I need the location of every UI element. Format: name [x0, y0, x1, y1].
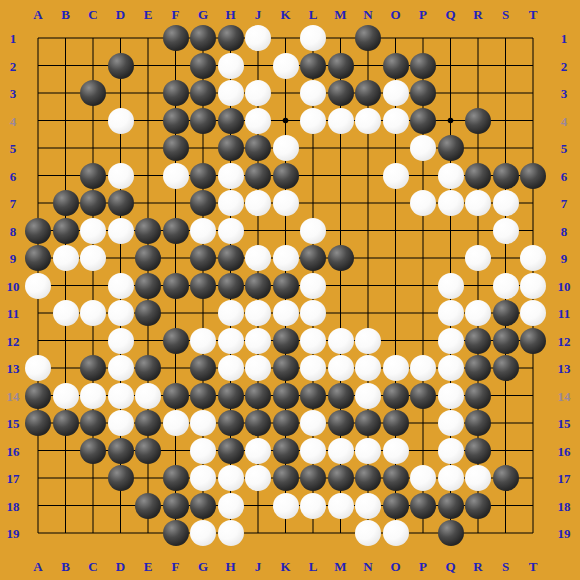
black-stone-R15[interactable]	[465, 410, 491, 436]
white-stone-H2[interactable]	[218, 53, 244, 79]
white-stone-J11[interactable]	[245, 300, 271, 326]
black-stone-N3[interactable]	[355, 80, 381, 106]
white-stone-A10[interactable]	[25, 273, 51, 299]
black-stone-H15[interactable]	[218, 410, 244, 436]
white-stone-L10[interactable]	[300, 273, 326, 299]
col-label-bottom-K: K	[280, 560, 290, 573]
black-stone-L17[interactable]	[300, 465, 326, 491]
black-stone-K14[interactable]	[273, 383, 299, 409]
white-stone-B9[interactable]	[53, 245, 79, 271]
black-stone-G7[interactable]	[190, 190, 216, 216]
black-stone-J10[interactable]	[245, 273, 271, 299]
white-stone-K2[interactable]	[273, 53, 299, 79]
row-label-left-14: 14	[7, 389, 20, 402]
black-stone-R6[interactable]	[465, 163, 491, 189]
row-label-right-15: 15	[558, 417, 571, 430]
white-stone-R17[interactable]	[465, 465, 491, 491]
black-stone-G2[interactable]	[190, 53, 216, 79]
black-stone-B15[interactable]	[53, 410, 79, 436]
white-stone-C9[interactable]	[80, 245, 106, 271]
col-label-top-L: L	[309, 8, 318, 21]
white-stone-N19[interactable]	[355, 520, 381, 546]
col-label-bottom-E: E	[144, 560, 153, 573]
white-stone-L8[interactable]	[300, 218, 326, 244]
white-stone-J16[interactable]	[245, 438, 271, 464]
white-stone-G16[interactable]	[190, 438, 216, 464]
white-stone-Q6[interactable]	[438, 163, 464, 189]
white-stone-G12[interactable]	[190, 328, 216, 354]
col-label-bottom-A: A	[33, 560, 42, 573]
row-label-left-18: 18	[7, 499, 20, 512]
row-label-right-14: 14	[558, 389, 571, 402]
black-stone-D16[interactable]	[108, 438, 134, 464]
white-stone-G8[interactable]	[190, 218, 216, 244]
black-stone-L14[interactable]	[300, 383, 326, 409]
white-stone-N14[interactable]	[355, 383, 381, 409]
row-label-left-12: 12	[7, 334, 20, 347]
col-label-bottom-P: P	[419, 560, 427, 573]
row-label-left-11: 11	[7, 307, 19, 320]
col-label-bottom-C: C	[88, 560, 97, 573]
col-label-bottom-G: G	[198, 560, 208, 573]
white-stone-L1[interactable]	[300, 25, 326, 51]
white-stone-C8[interactable]	[80, 218, 106, 244]
row-label-right-2: 2	[561, 59, 568, 72]
col-label-bottom-L: L	[309, 560, 318, 573]
black-stone-E13[interactable]	[135, 355, 161, 381]
white-stone-E14[interactable]	[135, 383, 161, 409]
col-label-top-M: M	[334, 8, 346, 21]
white-stone-L15[interactable]	[300, 410, 326, 436]
col-label-bottom-S: S	[502, 560, 509, 573]
white-stone-M16[interactable]	[328, 438, 354, 464]
white-stone-G15[interactable]	[190, 410, 216, 436]
black-stone-G9[interactable]	[190, 245, 216, 271]
black-stone-O15[interactable]	[383, 410, 409, 436]
white-stone-H7[interactable]	[218, 190, 244, 216]
row-label-left-10: 10	[7, 279, 20, 292]
white-stone-P13[interactable]	[410, 355, 436, 381]
black-stone-G1[interactable]	[190, 25, 216, 51]
go-board[interactable]: AABBCCDDEEFFGGHHJJKKLLMMNNOOPPQQRRSSTT11…	[0, 0, 580, 580]
row-label-left-19: 19	[7, 527, 20, 540]
black-stone-G10[interactable]	[190, 273, 216, 299]
row-label-left-3: 3	[10, 87, 17, 100]
black-stone-F3[interactable]	[163, 80, 189, 106]
row-label-right-7: 7	[561, 197, 568, 210]
black-stone-K6[interactable]	[273, 163, 299, 189]
white-stone-M12[interactable]	[328, 328, 354, 354]
black-stone-M17[interactable]	[328, 465, 354, 491]
black-stone-H16[interactable]	[218, 438, 244, 464]
black-stone-M2[interactable]	[328, 53, 354, 79]
white-stone-H12[interactable]	[218, 328, 244, 354]
white-stone-L16[interactable]	[300, 438, 326, 464]
black-stone-E10[interactable]	[135, 273, 161, 299]
black-stone-N1[interactable]	[355, 25, 381, 51]
white-stone-J4[interactable]	[245, 108, 271, 134]
col-label-top-B: B	[61, 8, 70, 21]
black-stone-J14[interactable]	[245, 383, 271, 409]
white-stone-H6[interactable]	[218, 163, 244, 189]
white-stone-M13[interactable]	[328, 355, 354, 381]
white-stone-C14[interactable]	[80, 383, 106, 409]
col-label-bottom-R: R	[473, 560, 482, 573]
black-stone-K12[interactable]	[273, 328, 299, 354]
white-stone-S10[interactable]	[493, 273, 519, 299]
white-stone-J12[interactable]	[245, 328, 271, 354]
row-label-right-13: 13	[558, 362, 571, 375]
black-stone-H10[interactable]	[218, 273, 244, 299]
black-stone-K15[interactable]	[273, 410, 299, 436]
col-label-top-P: P	[419, 8, 427, 21]
black-stone-P18[interactable]	[410, 493, 436, 519]
black-stone-P14[interactable]	[410, 383, 436, 409]
black-stone-H1[interactable]	[218, 25, 244, 51]
col-label-bottom-T: T	[529, 560, 538, 573]
white-stone-O3[interactable]	[383, 80, 409, 106]
white-stone-Q15[interactable]	[438, 410, 464, 436]
white-stone-Q17[interactable]	[438, 465, 464, 491]
white-stone-J7[interactable]	[245, 190, 271, 216]
white-stone-L13[interactable]	[300, 355, 326, 381]
white-stone-D6[interactable]	[108, 163, 134, 189]
row-label-right-17: 17	[558, 472, 571, 485]
black-stone-J6[interactable]	[245, 163, 271, 189]
black-stone-K10[interactable]	[273, 273, 299, 299]
white-stone-P7[interactable]	[410, 190, 436, 216]
white-stone-F6[interactable]	[163, 163, 189, 189]
white-stone-Q14[interactable]	[438, 383, 464, 409]
black-stone-S12[interactable]	[493, 328, 519, 354]
white-stone-Q11[interactable]	[438, 300, 464, 326]
white-stone-H3[interactable]	[218, 80, 244, 106]
col-label-bottom-O: O	[390, 560, 400, 573]
black-stone-G18[interactable]	[190, 493, 216, 519]
black-stone-R13[interactable]	[465, 355, 491, 381]
star-point	[448, 118, 454, 124]
white-stone-T11[interactable]	[520, 300, 546, 326]
white-stone-S7[interactable]	[493, 190, 519, 216]
col-label-bottom-F: F	[172, 560, 180, 573]
row-label-right-11: 11	[558, 307, 570, 320]
black-stone-C6[interactable]	[80, 163, 106, 189]
black-stone-S11[interactable]	[493, 300, 519, 326]
black-stone-N17[interactable]	[355, 465, 381, 491]
white-stone-H8[interactable]	[218, 218, 244, 244]
row-label-left-9: 9	[10, 252, 17, 265]
white-stone-S8[interactable]	[493, 218, 519, 244]
black-stone-N15[interactable]	[355, 410, 381, 436]
black-stone-L2[interactable]	[300, 53, 326, 79]
black-stone-P3[interactable]	[410, 80, 436, 106]
row-label-left-15: 15	[7, 417, 20, 430]
black-stone-H4[interactable]	[218, 108, 244, 134]
white-stone-M4[interactable]	[328, 108, 354, 134]
white-stone-O4[interactable]	[383, 108, 409, 134]
black-stone-Q19[interactable]	[438, 520, 464, 546]
white-stone-N4[interactable]	[355, 108, 381, 134]
black-stone-L9[interactable]	[300, 245, 326, 271]
black-stone-F17[interactable]	[163, 465, 189, 491]
col-label-top-A: A	[33, 8, 42, 21]
white-stone-K7[interactable]	[273, 190, 299, 216]
black-stone-O14[interactable]	[383, 383, 409, 409]
col-label-top-T: T	[529, 8, 538, 21]
white-stone-N16[interactable]	[355, 438, 381, 464]
black-stone-R4[interactable]	[465, 108, 491, 134]
white-stone-P17[interactable]	[410, 465, 436, 491]
row-label-left-6: 6	[10, 169, 17, 182]
white-stone-O6[interactable]	[383, 163, 409, 189]
row-label-left-1: 1	[10, 32, 17, 45]
black-stone-S13[interactable]	[493, 355, 519, 381]
black-stone-H5[interactable]	[218, 135, 244, 161]
white-stone-O13[interactable]	[383, 355, 409, 381]
white-stone-D14[interactable]	[108, 383, 134, 409]
black-stone-R18[interactable]	[465, 493, 491, 519]
row-label-left-17: 17	[7, 472, 20, 485]
black-stone-R16[interactable]	[465, 438, 491, 464]
col-label-top-O: O	[390, 8, 400, 21]
black-stone-M9[interactable]	[328, 245, 354, 271]
white-stone-T9[interactable]	[520, 245, 546, 271]
white-stone-G17[interactable]	[190, 465, 216, 491]
white-stone-D8[interactable]	[108, 218, 134, 244]
row-label-right-16: 16	[558, 444, 571, 457]
white-stone-J1[interactable]	[245, 25, 271, 51]
black-stone-J5[interactable]	[245, 135, 271, 161]
black-stone-F18[interactable]	[163, 493, 189, 519]
white-stone-K11[interactable]	[273, 300, 299, 326]
white-stone-R7[interactable]	[465, 190, 491, 216]
row-label-right-12: 12	[558, 334, 571, 347]
col-label-bottom-J: J	[255, 560, 262, 573]
black-stone-M15[interactable]	[328, 410, 354, 436]
white-stone-N13[interactable]	[355, 355, 381, 381]
row-label-right-19: 19	[558, 527, 571, 540]
white-stone-Q7[interactable]	[438, 190, 464, 216]
white-stone-L4[interactable]	[300, 108, 326, 134]
black-stone-F14[interactable]	[163, 383, 189, 409]
white-stone-M18[interactable]	[328, 493, 354, 519]
black-stone-G14[interactable]	[190, 383, 216, 409]
white-stone-Q12[interactable]	[438, 328, 464, 354]
col-label-top-S: S	[502, 8, 509, 21]
col-label-bottom-M: M	[334, 560, 346, 573]
black-stone-H14[interactable]	[218, 383, 244, 409]
black-stone-O18[interactable]	[383, 493, 409, 519]
black-stone-B7[interactable]	[53, 190, 79, 216]
row-label-right-9: 9	[561, 252, 568, 265]
black-stone-C15[interactable]	[80, 410, 106, 436]
black-stone-Q18[interactable]	[438, 493, 464, 519]
black-stone-E11[interactable]	[135, 300, 161, 326]
col-label-top-N: N	[363, 8, 372, 21]
white-stone-B14[interactable]	[53, 383, 79, 409]
white-stone-K5[interactable]	[273, 135, 299, 161]
black-stone-G3[interactable]	[190, 80, 216, 106]
black-stone-O2[interactable]	[383, 53, 409, 79]
black-stone-E18[interactable]	[135, 493, 161, 519]
row-label-left-2: 2	[10, 59, 17, 72]
black-stone-P2[interactable]	[410, 53, 436, 79]
black-stone-H9[interactable]	[218, 245, 244, 271]
col-label-bottom-H: H	[225, 560, 235, 573]
white-stone-J3[interactable]	[245, 80, 271, 106]
col-label-bottom-B: B	[61, 560, 70, 573]
black-stone-S6[interactable]	[493, 163, 519, 189]
black-stone-T12[interactable]	[520, 328, 546, 354]
col-label-top-Q: Q	[445, 8, 455, 21]
white-stone-L18[interactable]	[300, 493, 326, 519]
black-stone-B8[interactable]	[53, 218, 79, 244]
white-stone-B11[interactable]	[53, 300, 79, 326]
white-stone-P5[interactable]	[410, 135, 436, 161]
white-stone-L11[interactable]	[300, 300, 326, 326]
white-stone-D11[interactable]	[108, 300, 134, 326]
black-stone-M14[interactable]	[328, 383, 354, 409]
black-stone-F4[interactable]	[163, 108, 189, 134]
white-stone-F15[interactable]	[163, 410, 189, 436]
black-stone-F5[interactable]	[163, 135, 189, 161]
row-label-left-16: 16	[7, 444, 20, 457]
white-stone-H18[interactable]	[218, 493, 244, 519]
row-label-right-6: 6	[561, 169, 568, 182]
black-stone-K17[interactable]	[273, 465, 299, 491]
row-label-left-13: 13	[7, 362, 20, 375]
white-stone-T10[interactable]	[520, 273, 546, 299]
row-label-right-18: 18	[558, 499, 571, 512]
white-stone-N12[interactable]	[355, 328, 381, 354]
black-stone-F1[interactable]	[163, 25, 189, 51]
white-stone-D13[interactable]	[108, 355, 134, 381]
black-stone-M3[interactable]	[328, 80, 354, 106]
black-stone-S17[interactable]	[493, 465, 519, 491]
col-label-bottom-D: D	[116, 560, 125, 573]
white-stone-J9[interactable]	[245, 245, 271, 271]
star-point	[283, 118, 289, 124]
black-stone-T6[interactable]	[520, 163, 546, 189]
white-stone-L12[interactable]	[300, 328, 326, 354]
black-stone-E15[interactable]	[135, 410, 161, 436]
black-stone-P4[interactable]	[410, 108, 436, 134]
row-label-right-10: 10	[558, 279, 571, 292]
row-label-right-3: 3	[561, 87, 568, 100]
black-stone-A9[interactable]	[25, 245, 51, 271]
black-stone-D17[interactable]	[108, 465, 134, 491]
white-stone-G19[interactable]	[190, 520, 216, 546]
row-label-right-1: 1	[561, 32, 568, 45]
white-stone-R9[interactable]	[465, 245, 491, 271]
white-stone-L3[interactable]	[300, 80, 326, 106]
black-stone-D2[interactable]	[108, 53, 134, 79]
black-stone-C3[interactable]	[80, 80, 106, 106]
black-stone-E9[interactable]	[135, 245, 161, 271]
black-stone-O17[interactable]	[383, 465, 409, 491]
black-stone-G13[interactable]	[190, 355, 216, 381]
white-stone-K18[interactable]	[273, 493, 299, 519]
white-stone-D10[interactable]	[108, 273, 134, 299]
col-label-top-H: H	[225, 8, 235, 21]
black-stone-C7[interactable]	[80, 190, 106, 216]
white-stone-O19[interactable]	[383, 520, 409, 546]
white-stone-H19[interactable]	[218, 520, 244, 546]
white-stone-A13[interactable]	[25, 355, 51, 381]
white-stone-D4[interactable]	[108, 108, 134, 134]
black-stone-C13[interactable]	[80, 355, 106, 381]
row-label-left-8: 8	[10, 224, 17, 237]
black-stone-A8[interactable]	[25, 218, 51, 244]
white-stone-N18[interactable]	[355, 493, 381, 519]
row-label-left-4: 4	[10, 114, 17, 127]
col-label-top-F: F	[172, 8, 180, 21]
col-label-top-D: D	[116, 8, 125, 21]
black-stone-F10[interactable]	[163, 273, 189, 299]
white-stone-Q13[interactable]	[438, 355, 464, 381]
black-stone-F12[interactable]	[163, 328, 189, 354]
white-stone-J17[interactable]	[245, 465, 271, 491]
black-stone-K16[interactable]	[273, 438, 299, 464]
col-label-top-C: C	[88, 8, 97, 21]
row-label-left-7: 7	[10, 197, 17, 210]
col-label-bottom-Q: Q	[445, 560, 455, 573]
white-stone-K9[interactable]	[273, 245, 299, 271]
black-stone-K13[interactable]	[273, 355, 299, 381]
white-stone-R11[interactable]	[465, 300, 491, 326]
black-stone-A15[interactable]	[25, 410, 51, 436]
black-stone-R12[interactable]	[465, 328, 491, 354]
col-label-top-K: K	[280, 8, 290, 21]
white-stone-D12[interactable]	[108, 328, 134, 354]
col-label-top-J: J	[255, 8, 262, 21]
col-label-top-G: G	[198, 8, 208, 21]
black-stone-E16[interactable]	[135, 438, 161, 464]
black-stone-Q5[interactable]	[438, 135, 464, 161]
col-label-top-E: E	[144, 8, 153, 21]
white-stone-H17[interactable]	[218, 465, 244, 491]
row-label-right-4: 4	[561, 114, 568, 127]
white-stone-H11[interactable]	[218, 300, 244, 326]
black-stone-G4[interactable]	[190, 108, 216, 134]
black-stone-A14[interactable]	[25, 383, 51, 409]
white-stone-Q10[interactable]	[438, 273, 464, 299]
white-stone-C11[interactable]	[80, 300, 106, 326]
black-stone-F8[interactable]	[163, 218, 189, 244]
col-label-bottom-N: N	[363, 560, 372, 573]
col-label-top-R: R	[473, 8, 482, 21]
black-stone-D7[interactable]	[108, 190, 134, 216]
white-stone-Q16[interactable]	[438, 438, 464, 464]
white-stone-O16[interactable]	[383, 438, 409, 464]
row-label-left-5: 5	[10, 142, 17, 155]
black-stone-G6[interactable]	[190, 163, 216, 189]
white-stone-J13[interactable]	[245, 355, 271, 381]
row-label-right-8: 8	[561, 224, 568, 237]
black-stone-F19[interactable]	[163, 520, 189, 546]
row-label-right-5: 5	[561, 142, 568, 155]
black-stone-E8[interactable]	[135, 218, 161, 244]
black-stone-J15[interactable]	[245, 410, 271, 436]
black-stone-C16[interactable]	[80, 438, 106, 464]
black-stone-R14[interactable]	[465, 383, 491, 409]
white-stone-H13[interactable]	[218, 355, 244, 381]
white-stone-D15[interactable]	[108, 410, 134, 436]
